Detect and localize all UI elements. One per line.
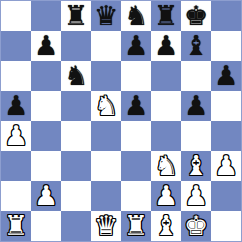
white-knight[interactable]: ♞ [94,91,118,121]
square-g6[interactable] [181,61,211,91]
white-pawn[interactable]: ♟ [34,181,58,211]
square-f4[interactable] [151,121,181,151]
square-g5[interactable]: ♟ [181,91,211,121]
square-e4[interactable] [121,121,151,151]
white-pawn[interactable]: ♟ [214,151,238,181]
white-queen[interactable]: ♛ [94,211,118,241]
square-h7[interactable] [211,31,241,61]
square-f8[interactable]: ♜ [151,1,181,31]
black-knight[interactable]: ♞ [64,61,88,91]
square-e1[interactable]: ♜ [121,211,151,241]
black-king[interactable]: ♚ [184,1,208,31]
black-pawn[interactable]: ♟ [154,31,178,61]
square-e2[interactable] [121,181,151,211]
white-pawn[interactable]: ♟ [4,121,28,151]
white-rook[interactable]: ♜ [124,211,148,241]
square-h8[interactable] [211,1,241,31]
square-c8[interactable]: ♜ [61,1,91,31]
square-a5[interactable]: ♟ [1,91,31,121]
square-f1[interactable]: ♝ [151,211,181,241]
square-g3[interactable]: ♝ [181,151,211,181]
square-a6[interactable] [1,61,31,91]
square-h2[interactable] [211,181,241,211]
square-a4[interactable]: ♟ [1,121,31,151]
square-g7[interactable]: ♝ [181,31,211,61]
black-rook[interactable]: ♜ [154,1,178,31]
square-b8[interactable] [31,1,61,31]
square-d3[interactable] [91,151,121,181]
black-pawn[interactable]: ♟ [4,91,28,121]
square-a8[interactable] [1,1,31,31]
square-c7[interactable] [61,31,91,61]
square-h5[interactable] [211,91,241,121]
white-knight[interactable]: ♞ [154,151,178,181]
square-h3[interactable]: ♟ [211,151,241,181]
chess-board-frame: ♜♛♞♜♚♟♟♟♝♞♟♟♞♟♟♟♞♝♟♟♟♟♜♛♜♝♚ [0,0,242,242]
square-e6[interactable] [121,61,151,91]
square-b3[interactable] [31,151,61,181]
square-a3[interactable] [1,151,31,181]
black-bishop[interactable]: ♝ [184,31,208,61]
square-f3[interactable]: ♞ [151,151,181,181]
square-c2[interactable] [61,181,91,211]
square-h1[interactable] [211,211,241,241]
square-h6[interactable]: ♟ [211,61,241,91]
square-b7[interactable]: ♟ [31,31,61,61]
square-h4[interactable] [211,121,241,151]
square-d8[interactable]: ♛ [91,1,121,31]
square-a7[interactable] [1,31,31,61]
black-queen[interactable]: ♛ [94,1,118,31]
square-b2[interactable]: ♟ [31,181,61,211]
square-c3[interactable] [61,151,91,181]
black-pawn[interactable]: ♟ [184,91,208,121]
white-pawn[interactable]: ♟ [184,181,208,211]
white-king[interactable]: ♚ [184,211,208,241]
square-f2[interactable]: ♟ [151,181,181,211]
square-g1[interactable]: ♚ [181,211,211,241]
square-f6[interactable] [151,61,181,91]
square-g8[interactable]: ♚ [181,1,211,31]
white-bishop[interactable]: ♝ [154,211,178,241]
black-knight[interactable]: ♞ [124,1,148,31]
square-e3[interactable] [121,151,151,181]
square-f5[interactable] [151,91,181,121]
square-b4[interactable] [31,121,61,151]
white-rook[interactable]: ♜ [4,211,28,241]
square-b5[interactable] [31,91,61,121]
square-g2[interactable]: ♟ [181,181,211,211]
square-e7[interactable]: ♟ [121,31,151,61]
white-pawn[interactable]: ♟ [154,181,178,211]
black-pawn[interactable]: ♟ [124,31,148,61]
square-b1[interactable] [31,211,61,241]
square-d1[interactable]: ♛ [91,211,121,241]
square-d6[interactable] [91,61,121,91]
square-e8[interactable]: ♞ [121,1,151,31]
square-b6[interactable] [31,61,61,91]
square-g4[interactable] [181,121,211,151]
square-f7[interactable]: ♟ [151,31,181,61]
black-rook[interactable]: ♜ [64,1,88,31]
square-e5[interactable]: ♟ [121,91,151,121]
square-c1[interactable] [61,211,91,241]
square-a1[interactable]: ♜ [1,211,31,241]
square-c5[interactable] [61,91,91,121]
square-d5[interactable]: ♞ [91,91,121,121]
chess-board: ♜♛♞♜♚♟♟♟♝♞♟♟♞♟♟♟♞♝♟♟♟♟♜♛♜♝♚ [1,1,241,241]
square-d4[interactable] [91,121,121,151]
white-bishop[interactable]: ♝ [184,151,208,181]
square-d7[interactable] [91,31,121,61]
black-pawn[interactable]: ♟ [34,31,58,61]
square-c6[interactable]: ♞ [61,61,91,91]
square-c4[interactable] [61,121,91,151]
square-a2[interactable] [1,181,31,211]
square-d2[interactable] [91,181,121,211]
black-pawn[interactable]: ♟ [214,61,238,91]
black-pawn[interactable]: ♟ [124,91,148,121]
